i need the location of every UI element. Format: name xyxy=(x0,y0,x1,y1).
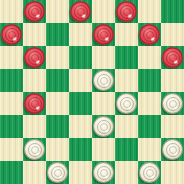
red-piece[interactable] xyxy=(93,24,114,45)
board-square-r2c2[interactable] xyxy=(46,46,69,69)
board-square-r1c5[interactable] xyxy=(115,23,138,46)
board-square-r5c4[interactable] xyxy=(92,115,115,138)
board-square-r0c7[interactable] xyxy=(161,0,184,23)
board-square-r5c0[interactable] xyxy=(0,115,23,138)
board-square-r3c4[interactable] xyxy=(92,69,115,92)
board-square-r0c3[interactable] xyxy=(69,0,92,23)
board-square-r2c7[interactable] xyxy=(161,46,184,69)
board-square-r1c0[interactable] xyxy=(0,23,23,46)
board-square-r0c1[interactable] xyxy=(23,0,46,23)
board-square-r5c5[interactable] xyxy=(115,115,138,138)
board-square-r3c1[interactable] xyxy=(23,69,46,92)
board-square-r5c1[interactable] xyxy=(23,115,46,138)
checkers-board xyxy=(0,0,184,184)
board-square-r4c5[interactable] xyxy=(115,92,138,115)
board-square-r6c5[interactable] xyxy=(115,138,138,161)
board-square-r7c7[interactable] xyxy=(161,161,184,184)
board-square-r7c1[interactable] xyxy=(23,161,46,184)
board-square-r1c1[interactable] xyxy=(23,23,46,46)
board-square-r1c3[interactable] xyxy=(69,23,92,46)
board-square-r3c6[interactable] xyxy=(138,69,161,92)
board-square-r4c3[interactable] xyxy=(69,92,92,115)
red-piece[interactable] xyxy=(1,24,22,45)
red-piece[interactable] xyxy=(139,24,160,45)
board-square-r7c5[interactable] xyxy=(115,161,138,184)
white-piece[interactable] xyxy=(162,93,183,114)
board-square-r2c4[interactable] xyxy=(92,46,115,69)
board-square-r4c4[interactable] xyxy=(92,92,115,115)
board-square-r5c3[interactable] xyxy=(69,115,92,138)
board-square-r3c2[interactable] xyxy=(46,69,69,92)
board-square-r7c6[interactable] xyxy=(138,161,161,184)
board-square-r2c3[interactable] xyxy=(69,46,92,69)
board-square-r0c4[interactable] xyxy=(92,0,115,23)
board-square-r3c3[interactable] xyxy=(69,69,92,92)
white-piece[interactable] xyxy=(93,116,114,137)
board-square-r0c6[interactable] xyxy=(138,0,161,23)
board-square-r0c2[interactable] xyxy=(46,0,69,23)
board-square-r3c0[interactable] xyxy=(0,69,23,92)
board-square-r4c7[interactable] xyxy=(161,92,184,115)
board-square-r4c6[interactable] xyxy=(138,92,161,115)
board-square-r7c2[interactable] xyxy=(46,161,69,184)
board-square-r5c7[interactable] xyxy=(161,115,184,138)
board-square-r4c1[interactable] xyxy=(23,92,46,115)
board-square-r2c0[interactable] xyxy=(0,46,23,69)
white-piece[interactable] xyxy=(24,139,45,160)
board-square-r4c2[interactable] xyxy=(46,92,69,115)
board-square-r6c0[interactable] xyxy=(0,138,23,161)
board-square-r6c6[interactable] xyxy=(138,138,161,161)
board-square-r1c6[interactable] xyxy=(138,23,161,46)
board-square-r0c0[interactable] xyxy=(0,0,23,23)
red-piece[interactable] xyxy=(116,1,137,22)
white-piece[interactable] xyxy=(47,162,68,183)
board-square-r7c3[interactable] xyxy=(69,161,92,184)
red-piece[interactable] xyxy=(24,1,45,22)
board-square-r6c2[interactable] xyxy=(46,138,69,161)
board-square-r3c7[interactable] xyxy=(161,69,184,92)
board-square-r7c4[interactable] xyxy=(92,161,115,184)
board-square-r7c0[interactable] xyxy=(0,161,23,184)
board-square-r1c4[interactable] xyxy=(92,23,115,46)
board-square-r2c6[interactable] xyxy=(138,46,161,69)
board-square-r6c3[interactable] xyxy=(69,138,92,161)
white-piece[interactable] xyxy=(139,162,160,183)
board-square-r2c1[interactable] xyxy=(23,46,46,69)
white-piece[interactable] xyxy=(162,139,183,160)
board-square-r5c6[interactable] xyxy=(138,115,161,138)
board-square-r6c1[interactable] xyxy=(23,138,46,161)
white-piece[interactable] xyxy=(93,70,114,91)
red-piece[interactable] xyxy=(24,93,45,114)
board-square-r1c7[interactable] xyxy=(161,23,184,46)
board-square-r5c2[interactable] xyxy=(46,115,69,138)
board-square-r2c5[interactable] xyxy=(115,46,138,69)
red-piece[interactable] xyxy=(70,1,91,22)
red-piece[interactable] xyxy=(24,47,45,68)
board-square-r6c4[interactable] xyxy=(92,138,115,161)
white-piece[interactable] xyxy=(116,93,137,114)
white-piece[interactable] xyxy=(93,162,114,183)
board-square-r3c5[interactable] xyxy=(115,69,138,92)
board-square-r1c2[interactable] xyxy=(46,23,69,46)
board-square-r6c7[interactable] xyxy=(161,138,184,161)
board-square-r0c5[interactable] xyxy=(115,0,138,23)
board-square-r4c0[interactable] xyxy=(0,92,23,115)
red-piece[interactable] xyxy=(162,47,183,68)
